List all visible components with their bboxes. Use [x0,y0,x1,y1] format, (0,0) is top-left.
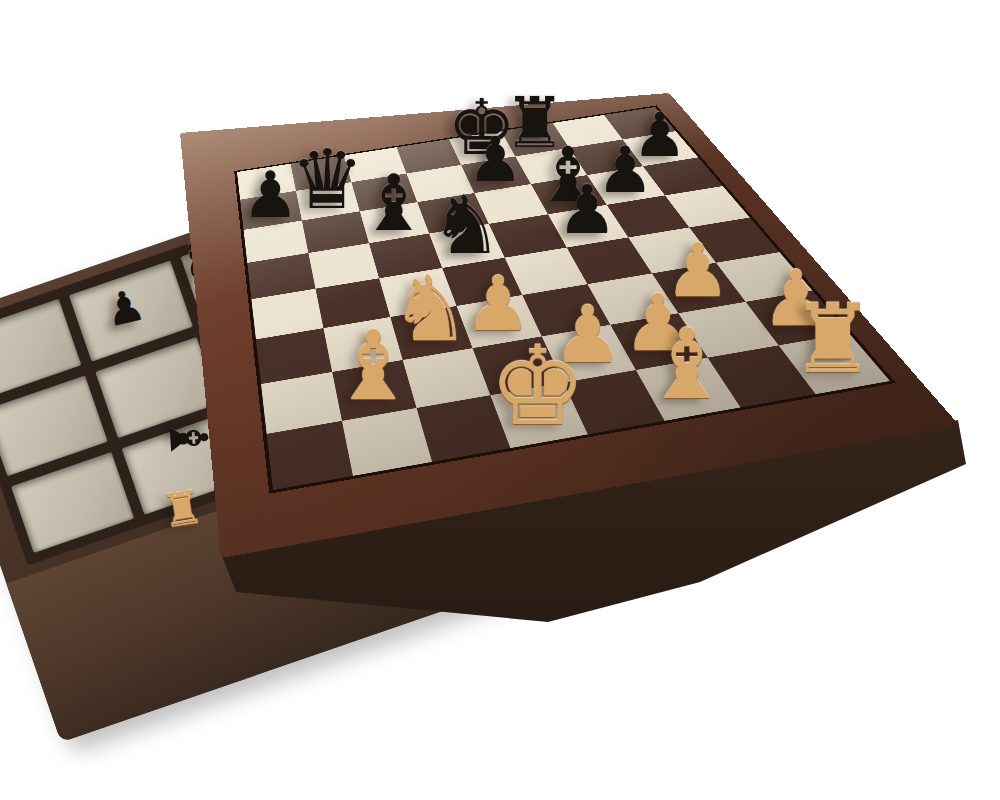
white-king-d1[interactable]: ♚ [489,332,587,441]
white-bishop-f1[interactable]: ♝ [643,316,730,413]
black-pawn-f5[interactable]: ♟ [557,177,617,244]
white-rook-h1[interactable]: ♜ [790,292,876,387]
black-queen-b7[interactable]: ♛ [290,139,364,221]
captured-white-rook[interactable]: ♜ [158,483,206,535]
black-knight-d5[interactable]: ♞ [430,185,502,266]
white-bishop-b2[interactable]: ♝ [330,318,416,414]
black-bishop-c6[interactable]: ♝ [359,164,429,242]
